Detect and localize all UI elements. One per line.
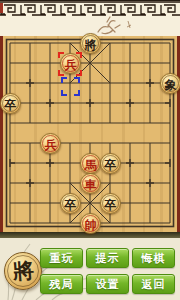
- piece-glyph: 將: [85, 38, 97, 50]
- move-origin-brackets: [61, 77, 80, 96]
- pieces-layer[interactable]: 將兵象卒兵馬卒車卒卒帥: [0, 33, 180, 233]
- red-piece-兵[interactable]: 兵: [40, 133, 61, 154]
- red-piece-帥[interactable]: 帥: [80, 213, 101, 234]
- piece-glyph: 卒: [105, 158, 117, 170]
- red-piece-馬[interactable]: 馬: [80, 153, 101, 174]
- xiangqi-app-screen: 將兵象卒兵馬卒車卒卒帥 將 重玩 提示 悔棋 残局 设置 返回: [0, 0, 180, 300]
- settings-button[interactable]: 设置: [86, 274, 129, 294]
- black-piece-卒[interactable]: 卒: [100, 153, 121, 174]
- undo-button[interactable]: 悔棋: [132, 248, 175, 268]
- piece-glyph: 兵: [45, 138, 57, 150]
- black-piece-卒[interactable]: 卒: [0, 93, 21, 114]
- piece-glyph: 馬: [85, 158, 97, 170]
- piece-glyph: 卒: [5, 98, 17, 110]
- selected-piece-brackets: [58, 52, 82, 76]
- black-piece-卒[interactable]: 卒: [60, 193, 81, 214]
- tray-general-glyph: 將: [12, 256, 35, 285]
- tray-general-piece: 將: [4, 252, 42, 290]
- black-piece-卒[interactable]: 卒: [100, 193, 121, 214]
- piece-glyph: 帥: [85, 218, 97, 230]
- piece-glyph: 卒: [65, 198, 77, 210]
- back-button[interactable]: 返回: [132, 274, 175, 294]
- piece-glyph: 車: [85, 178, 97, 190]
- black-piece-將[interactable]: 將: [80, 33, 101, 54]
- piece-glyph: 卒: [105, 198, 117, 210]
- xiangqi-board[interactable]: 將兵象卒兵馬卒車卒卒帥: [0, 36, 180, 232]
- red-piece-車[interactable]: 車: [80, 173, 101, 194]
- control-panel: 將 重玩 提示 悔棋 残局 设置 返回: [0, 238, 180, 300]
- hint-button[interactable]: 提示: [86, 248, 129, 268]
- replay-button[interactable]: 重玩: [40, 248, 83, 268]
- black-piece-象[interactable]: 象: [160, 73, 180, 94]
- endgame-button[interactable]: 残局: [40, 274, 83, 294]
- piece-glyph: 象: [165, 78, 177, 90]
